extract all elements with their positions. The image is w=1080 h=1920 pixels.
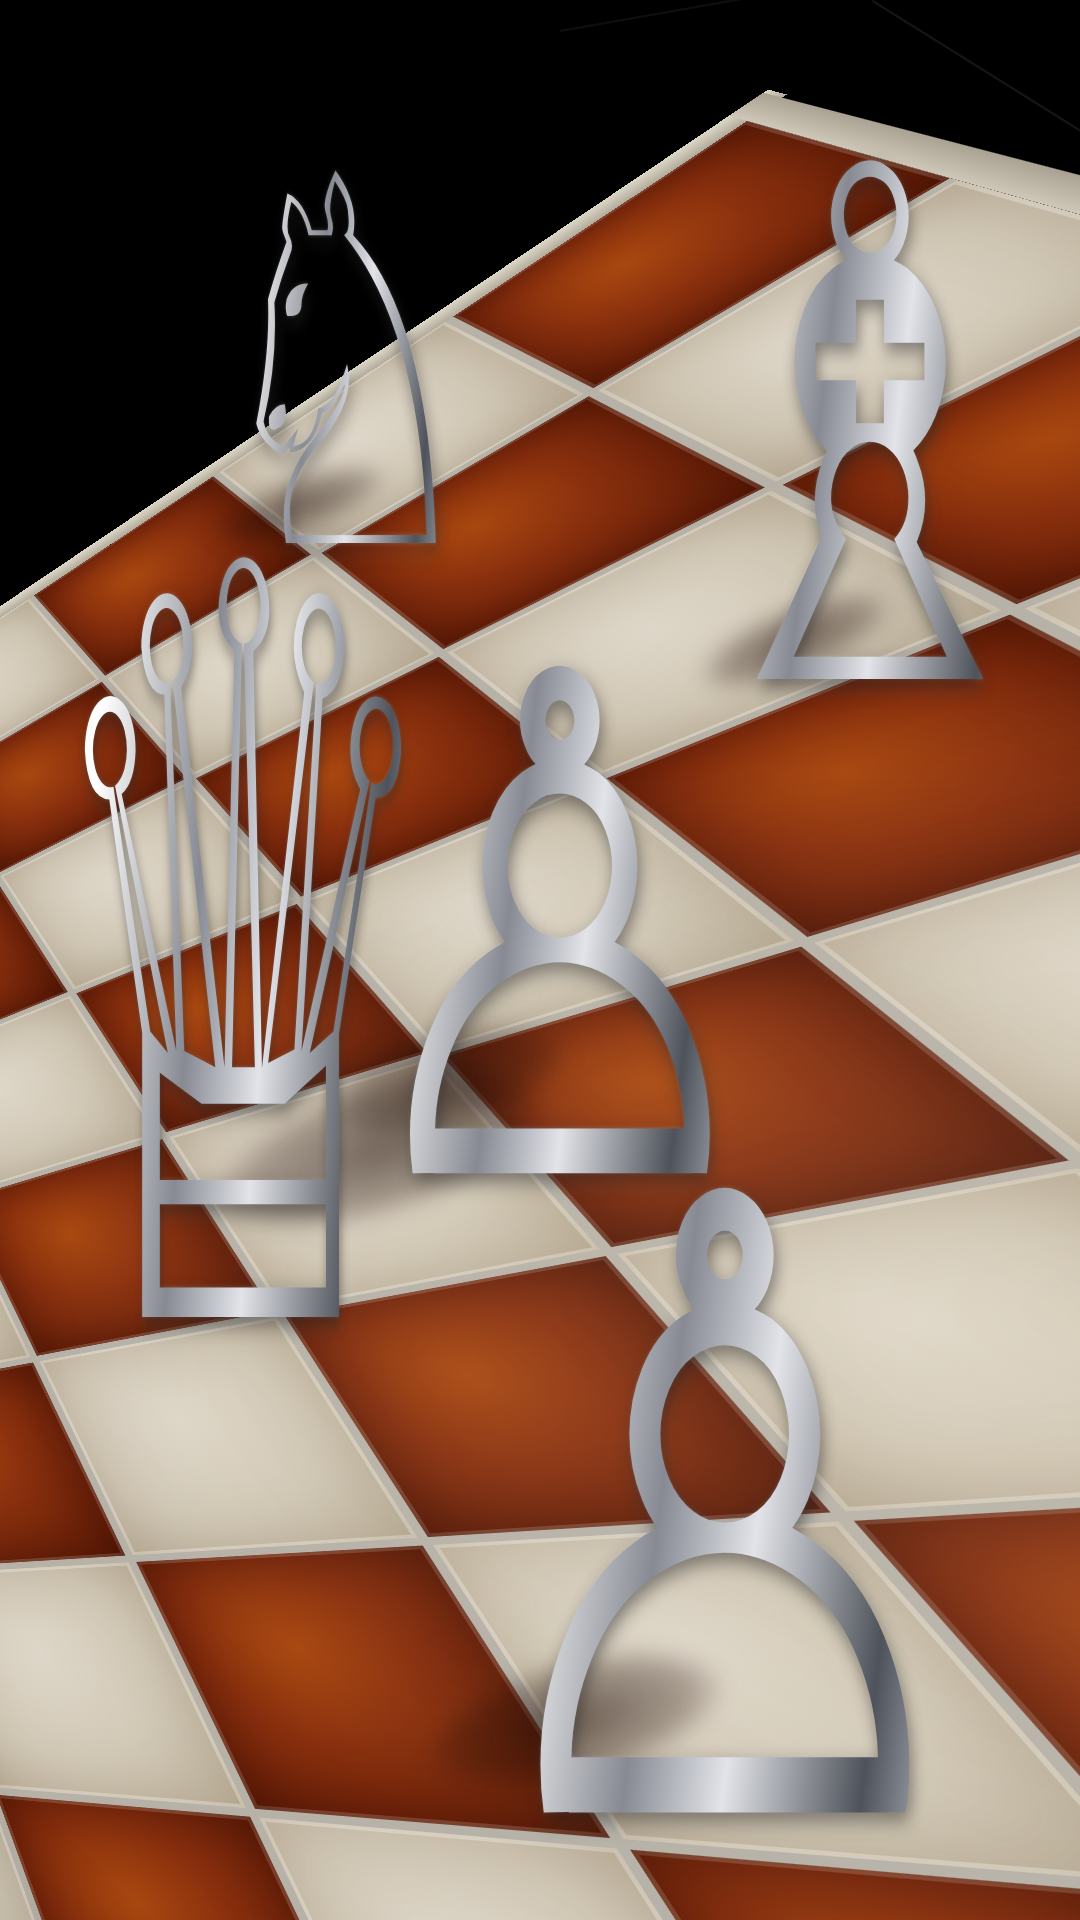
pawn-e2[interactable]: ♙: [449, 1089, 1001, 1920]
queen-e5[interactable]: ♕: [33, 437, 453, 1477]
chess-scene: ♘♗♙♕♙: [0, 0, 1080, 1920]
